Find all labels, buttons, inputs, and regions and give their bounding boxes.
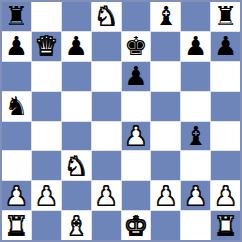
square-e6[interactable]: ♟ [122, 62, 151, 91]
square-f8[interactable]: ♝ [151, 2, 180, 31]
square-d5[interactable] [92, 92, 121, 121]
square-b6[interactable] [32, 62, 61, 91]
white-bishop: ♝ [65, 213, 88, 239]
square-b2[interactable]: ♟ [32, 181, 61, 210]
black-pawn: ♟ [65, 33, 88, 59]
square-b8[interactable] [32, 2, 61, 31]
square-d6[interactable] [92, 62, 121, 91]
square-h7[interactable]: ♟ [211, 32, 240, 61]
square-f4[interactable] [151, 122, 180, 151]
square-e1[interactable]: ♚ [122, 211, 151, 240]
square-e4[interactable]: ♟ [122, 122, 151, 151]
square-g1[interactable] [181, 211, 210, 240]
square-g5[interactable] [181, 92, 210, 121]
square-c7[interactable]: ♟ [62, 32, 91, 61]
square-h5[interactable] [211, 92, 240, 121]
square-e2[interactable] [122, 181, 151, 210]
square-g7[interactable]: ♟ [181, 32, 210, 61]
black-pawn: ♟ [184, 33, 207, 59]
square-g2[interactable]: ♟ [181, 181, 210, 210]
square-h4[interactable] [211, 122, 240, 151]
black-pawn: ♟ [214, 33, 237, 59]
square-c4[interactable] [62, 122, 91, 151]
square-g3[interactable] [181, 151, 210, 180]
square-a8[interactable]: ♜ [2, 2, 31, 31]
square-f3[interactable] [151, 151, 180, 180]
black-pawn: ♟ [124, 63, 147, 89]
square-h6[interactable] [211, 62, 240, 91]
square-f6[interactable] [151, 62, 180, 91]
white-rook: ♜ [214, 213, 237, 239]
chess-board: ♜♞♝♜♟♛♟♚♟♟♟♞♟♝♞♟♟♟♟♟♟♜♝♚♜ [2, 2, 240, 240]
square-h1[interactable]: ♜ [211, 211, 240, 240]
square-d4[interactable] [92, 122, 121, 151]
black-pawn: ♟ [5, 33, 28, 59]
square-d1[interactable] [92, 211, 121, 240]
square-a2[interactable]: ♟ [2, 181, 31, 210]
square-e5[interactable] [122, 92, 151, 121]
black-bishop: ♝ [184, 123, 207, 149]
square-d7[interactable] [92, 32, 121, 61]
square-g6[interactable] [181, 62, 210, 91]
square-f7[interactable] [151, 32, 180, 61]
black-rook: ♜ [214, 3, 237, 29]
white-knight: ♞ [65, 153, 88, 179]
square-h8[interactable]: ♜ [211, 2, 240, 31]
square-c5[interactable] [62, 92, 91, 121]
white-queen: ♛ [35, 33, 58, 59]
square-b7[interactable]: ♛ [32, 32, 61, 61]
white-pawn: ♟ [214, 183, 237, 209]
square-c8[interactable] [62, 2, 91, 31]
square-d8[interactable]: ♞ [92, 2, 121, 31]
white-pawn: ♟ [94, 183, 117, 209]
square-a7[interactable]: ♟ [2, 32, 31, 61]
square-b4[interactable] [32, 122, 61, 151]
square-a3[interactable] [2, 151, 31, 180]
white-king: ♚ [124, 213, 147, 239]
square-a6[interactable] [2, 62, 31, 91]
white-pawn: ♟ [124, 123, 147, 149]
square-e8[interactable] [122, 2, 151, 31]
white-rook: ♜ [5, 213, 28, 239]
square-h2[interactable]: ♟ [211, 181, 240, 210]
white-knight: ♞ [94, 3, 117, 29]
square-e7[interactable]: ♚ [122, 32, 151, 61]
square-c2[interactable] [62, 181, 91, 210]
square-c6[interactable] [62, 62, 91, 91]
square-f5[interactable] [151, 92, 180, 121]
black-rook: ♜ [5, 3, 28, 29]
square-c1[interactable]: ♝ [62, 211, 91, 240]
square-e3[interactable] [122, 151, 151, 180]
black-king: ♚ [124, 33, 147, 59]
square-g4[interactable]: ♝ [181, 122, 210, 151]
square-b1[interactable] [32, 211, 61, 240]
square-a5[interactable]: ♞ [2, 92, 31, 121]
square-a4[interactable] [2, 122, 31, 151]
square-f2[interactable]: ♟ [151, 181, 180, 210]
square-g8[interactable] [181, 2, 210, 31]
square-a1[interactable]: ♜ [2, 211, 31, 240]
square-d3[interactable] [92, 151, 121, 180]
white-pawn: ♟ [154, 183, 177, 209]
chess-board-frame: ♜♞♝♜♟♛♟♚♟♟♟♞♟♝♞♟♟♟♟♟♟♜♝♚♜ [0, 0, 242, 242]
black-bishop: ♝ [154, 3, 177, 29]
square-d2[interactable]: ♟ [92, 181, 121, 210]
square-c3[interactable]: ♞ [62, 151, 91, 180]
square-h3[interactable] [211, 151, 240, 180]
white-pawn: ♟ [35, 183, 58, 209]
white-pawn: ♟ [5, 183, 28, 209]
black-knight: ♞ [5, 93, 28, 119]
square-b3[interactable] [32, 151, 61, 180]
square-f1[interactable] [151, 211, 180, 240]
white-pawn: ♟ [184, 183, 207, 209]
square-b5[interactable] [32, 92, 61, 121]
